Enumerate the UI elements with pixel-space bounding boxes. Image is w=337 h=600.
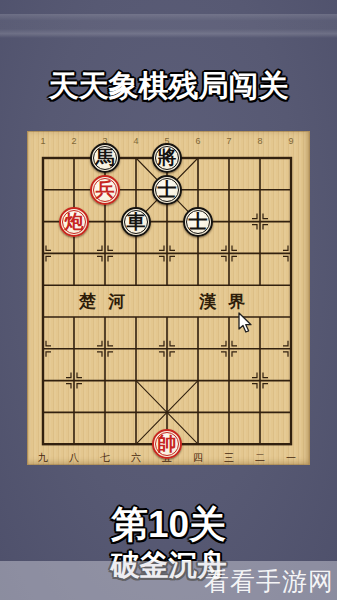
red-soldier[interactable]: 兵 [90, 175, 120, 205]
mouse-cursor-icon [238, 312, 254, 334]
black-advisor[interactable]: 士 [152, 175, 182, 205]
red-cannon[interactable]: 炮 [59, 207, 89, 237]
xiangqi-board[interactable]: 123456789 九八七六五四三二一 楚河 漢界 馬將兵士炮車士帥 [27, 131, 310, 465]
page-title: 天天象棋残局闯关 [0, 66, 337, 107]
red-general[interactable]: 帥 [152, 429, 182, 459]
app-screen: 天天象棋残局闯关 123456789 九八七六五四三二一 楚河 漢界 馬將兵士炮… [0, 0, 337, 600]
black-chariot[interactable]: 車 [121, 207, 151, 237]
black-horse[interactable]: 馬 [90, 143, 120, 173]
top-highlight-band [0, 14, 337, 38]
piece-layer: 馬將兵士炮車士帥 [28, 142, 307, 460]
level-number: 第10关 [0, 500, 337, 550]
black-advisor[interactable]: 士 [183, 207, 213, 237]
black-general[interactable]: 將 [152, 143, 182, 173]
watermark-text: 看看手游网 [204, 565, 334, 598]
